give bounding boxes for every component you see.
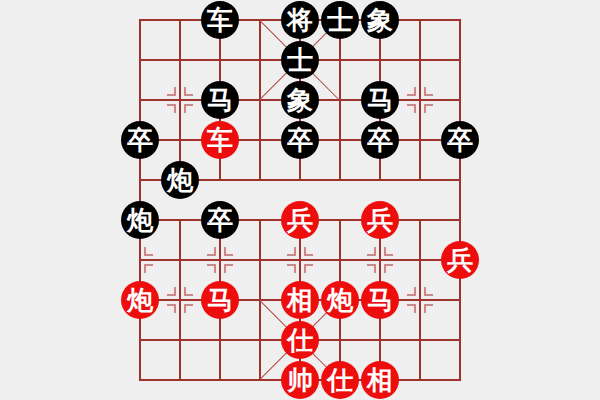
xiangqi-board[interactable]: 车将士象士马象马卒卒卒卒炮炮卒车兵兵兵炮马相炮马仕帅仕相 (140, 20, 460, 380)
piece-black-soldier[interactable]: 卒 (121, 121, 159, 159)
piece-red-general[interactable]: 帅 (281, 361, 319, 399)
xiangqi-app: 车将士象士马象马卒卒卒卒炮炮卒车兵兵兵炮马相炮马仕帅仕相 (0, 0, 600, 400)
piece-black-soldier[interactable]: 卒 (361, 121, 399, 159)
piece-black-cannon[interactable]: 炮 (161, 161, 199, 199)
piece-black-horse[interactable]: 马 (201, 81, 239, 119)
piece-red-advisor[interactable]: 仕 (321, 361, 359, 399)
piece-red-cannon[interactable]: 炮 (321, 281, 359, 319)
piece-red-elephant[interactable]: 相 (361, 361, 399, 399)
piece-red-horse[interactable]: 马 (361, 281, 399, 319)
pieces-layer: 车将士象士马象马卒卒卒卒炮炮卒车兵兵兵炮马相炮马仕帅仕相 (120, 0, 480, 400)
piece-black-advisor[interactable]: 士 (321, 1, 359, 39)
piece-black-chariot[interactable]: 车 (201, 1, 239, 39)
piece-black-soldier[interactable]: 卒 (441, 121, 479, 159)
piece-black-elephant[interactable]: 象 (361, 1, 399, 39)
piece-red-elephant[interactable]: 相 (281, 281, 319, 319)
piece-red-cannon[interactable]: 炮 (121, 281, 159, 319)
piece-black-general[interactable]: 将 (281, 1, 319, 39)
piece-black-horse[interactable]: 马 (361, 81, 399, 119)
piece-black-soldier[interactable]: 卒 (201, 201, 239, 239)
piece-red-soldier[interactable]: 兵 (361, 201, 399, 239)
piece-red-soldier[interactable]: 兵 (281, 201, 319, 239)
piece-red-horse[interactable]: 马 (201, 281, 239, 319)
piece-red-chariot[interactable]: 车 (201, 121, 239, 159)
piece-black-elephant[interactable]: 象 (281, 81, 319, 119)
piece-red-soldier[interactable]: 兵 (441, 241, 479, 279)
piece-red-advisor[interactable]: 仕 (281, 321, 319, 359)
piece-black-soldier[interactable]: 卒 (281, 121, 319, 159)
piece-black-cannon[interactable]: 炮 (121, 201, 159, 239)
piece-black-advisor[interactable]: 士 (281, 41, 319, 79)
